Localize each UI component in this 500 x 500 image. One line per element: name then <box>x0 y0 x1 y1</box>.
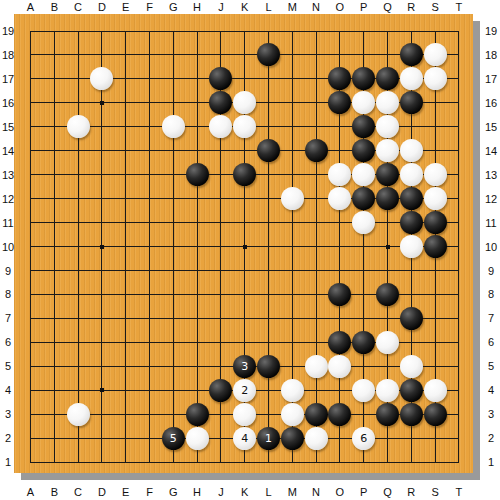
star-point-Q10 <box>386 245 390 249</box>
col-label-bottom-D: D <box>92 485 112 499</box>
col-label-bottom-K: K <box>235 485 255 499</box>
row-label-right-18: 18 <box>482 48 500 62</box>
stone-black-Q3[interactable] <box>376 403 399 426</box>
col-label-bottom-P: P <box>354 485 374 499</box>
col-label-top-D: D <box>92 0 112 14</box>
col-label-top-K: K <box>235 0 255 14</box>
star-point-D10 <box>100 245 104 249</box>
row-label-right-15: 15 <box>482 120 500 134</box>
stone-black-N14[interactable] <box>305 139 328 162</box>
stone-black-H13[interactable] <box>186 163 209 186</box>
stone-white-P13[interactable] <box>352 163 375 186</box>
col-label-top-J: J <box>211 0 231 14</box>
col-label-top-N: N <box>306 0 326 14</box>
row-label-right-9: 9 <box>482 264 500 278</box>
row-label-right-3: 3 <box>482 407 500 421</box>
col-label-top-T: T <box>449 0 469 14</box>
col-label-bottom-J: J <box>211 485 231 499</box>
col-label-bottom-N: N <box>306 485 326 499</box>
row-label-left-8: 8 <box>0 287 17 301</box>
move-number-label: 1 <box>265 433 272 444</box>
col-label-top-S: S <box>425 0 445 14</box>
stone-white-K3[interactable] <box>233 403 256 426</box>
row-label-left-9: 9 <box>0 264 17 278</box>
col-label-top-M: M <box>282 0 302 14</box>
col-label-top-C: C <box>68 0 88 14</box>
stone-black-K13[interactable] <box>233 163 256 186</box>
stone-white-K2[interactable]: 4 <box>233 427 256 450</box>
go-board-diagram: 325416 AABBCCDDEEFFGGHHJJKKLLMMNNOOPPQQR… <box>0 0 500 500</box>
stone-white-K16[interactable] <box>233 91 256 114</box>
stone-black-L5[interactable] <box>257 355 280 378</box>
row-label-right-1: 1 <box>482 455 500 469</box>
stone-black-O8[interactable] <box>328 283 351 306</box>
stone-white-S4[interactable] <box>424 379 447 402</box>
stone-black-J4[interactable] <box>209 379 232 402</box>
grid-vline <box>268 31 269 463</box>
col-label-bottom-C: C <box>68 485 88 499</box>
col-label-top-F: F <box>140 0 160 14</box>
grid-hline <box>30 318 459 319</box>
row-label-left-4: 4 <box>0 383 17 397</box>
star-point-D16 <box>100 101 104 105</box>
row-label-left-19: 19 <box>0 24 17 38</box>
row-label-right-19: 19 <box>482 24 500 38</box>
stone-white-G15[interactable] <box>162 115 185 138</box>
stone-white-J15[interactable] <box>209 115 232 138</box>
stone-white-P2[interactable]: 6 <box>352 427 375 450</box>
stone-white-D17[interactable] <box>90 67 113 90</box>
stone-white-S12[interactable] <box>424 187 447 210</box>
stone-white-P4[interactable] <box>352 379 375 402</box>
grid-vline <box>458 31 459 463</box>
grid-vline <box>316 31 317 463</box>
stone-white-Q15[interactable] <box>376 115 399 138</box>
row-label-left-17: 17 <box>0 72 17 86</box>
stone-black-P17[interactable] <box>352 67 375 90</box>
row-label-right-16: 16 <box>482 96 500 110</box>
col-label-bottom-H: H <box>187 485 207 499</box>
col-label-bottom-S: S <box>425 485 445 499</box>
stone-black-S10[interactable] <box>424 235 447 258</box>
row-label-right-17: 17 <box>482 72 500 86</box>
col-label-bottom-A: A <box>21 485 41 499</box>
stone-black-O6[interactable] <box>328 331 351 354</box>
col-label-bottom-E: E <box>116 485 136 499</box>
stone-black-N3[interactable] <box>305 403 328 426</box>
stone-white-C15[interactable] <box>67 115 90 138</box>
stone-white-M12[interactable] <box>281 187 304 210</box>
row-label-right-13: 13 <box>482 168 500 182</box>
stone-black-L2[interactable]: 1 <box>257 427 280 450</box>
stone-white-K15[interactable] <box>233 115 256 138</box>
row-label-right-8: 8 <box>482 287 500 301</box>
stone-black-J17[interactable] <box>209 67 232 90</box>
row-label-right-11: 11 <box>482 216 500 230</box>
row-label-right-7: 7 <box>482 311 500 325</box>
row-label-left-7: 7 <box>0 311 17 325</box>
stone-black-Q13[interactable] <box>376 163 399 186</box>
stone-white-N2[interactable] <box>305 427 328 450</box>
star-point-D4 <box>100 388 104 392</box>
col-label-top-Q: Q <box>378 0 398 14</box>
grid-hline <box>30 462 459 463</box>
stone-black-S11[interactable] <box>424 211 447 234</box>
col-label-top-A: A <box>21 0 41 14</box>
stone-black-J16[interactable] <box>209 91 232 114</box>
stone-black-L18[interactable] <box>257 43 280 66</box>
stone-black-O17[interactable] <box>328 67 351 90</box>
row-label-left-6: 6 <box>0 335 17 349</box>
stone-white-Q14[interactable] <box>376 139 399 162</box>
stone-white-O12[interactable] <box>328 187 351 210</box>
stone-black-S3[interactable] <box>424 403 447 426</box>
stone-white-S13[interactable] <box>424 163 447 186</box>
stone-black-M2[interactable] <box>281 427 304 450</box>
col-label-top-H: H <box>187 0 207 14</box>
row-label-left-2: 2 <box>0 431 17 445</box>
col-label-top-O: O <box>330 0 350 14</box>
move-number-label: 4 <box>241 433 248 444</box>
row-label-left-1: 1 <box>0 455 17 469</box>
row-label-left-11: 11 <box>0 216 17 230</box>
row-label-left-18: 18 <box>0 48 17 62</box>
stone-black-R12[interactable] <box>400 187 423 210</box>
stone-white-H2[interactable] <box>186 427 209 450</box>
stone-black-P6[interactable] <box>352 331 375 354</box>
col-label-bottom-B: B <box>44 485 64 499</box>
stone-black-R18[interactable] <box>400 43 423 66</box>
stone-white-O5[interactable] <box>328 355 351 378</box>
stone-white-R13[interactable] <box>400 163 423 186</box>
row-label-left-14: 14 <box>0 144 17 158</box>
stone-black-R3[interactable] <box>400 403 423 426</box>
col-label-bottom-R: R <box>401 485 421 499</box>
row-label-left-15: 15 <box>0 120 17 134</box>
stone-white-Q4[interactable] <box>376 379 399 402</box>
stone-black-P14[interactable] <box>352 139 375 162</box>
stone-black-O16[interactable] <box>328 91 351 114</box>
stone-black-G2[interactable]: 5 <box>162 427 185 450</box>
row-label-left-12: 12 <box>0 192 17 206</box>
move-number-label: 6 <box>360 433 367 444</box>
col-label-top-G: G <box>163 0 183 14</box>
row-label-right-2: 2 <box>482 431 500 445</box>
stone-white-P16[interactable] <box>352 91 375 114</box>
row-label-left-13: 13 <box>0 168 17 182</box>
col-label-top-R: R <box>401 0 421 14</box>
stone-black-H3[interactable] <box>186 403 209 426</box>
stone-black-R7[interactable] <box>400 307 423 330</box>
row-label-right-10: 10 <box>482 240 500 254</box>
stone-black-R4[interactable] <box>400 379 423 402</box>
stone-white-C3[interactable] <box>67 403 90 426</box>
stone-black-Q12[interactable] <box>376 187 399 210</box>
board-surface[interactable]: 325416 <box>14 14 473 473</box>
row-label-right-12: 12 <box>482 192 500 206</box>
move-number-label: 3 <box>241 361 248 372</box>
stone-black-P15[interactable] <box>352 115 375 138</box>
stone-black-O3[interactable] <box>328 403 351 426</box>
row-label-right-4: 4 <box>482 383 500 397</box>
stone-white-M4[interactable] <box>281 379 304 402</box>
stone-black-K5[interactable]: 3 <box>233 355 256 378</box>
stone-white-S18[interactable] <box>424 43 447 66</box>
move-number-label: 5 <box>170 433 177 444</box>
row-label-left-16: 16 <box>0 96 17 110</box>
col-label-bottom-M: M <box>282 485 302 499</box>
row-label-left-5: 5 <box>0 359 17 373</box>
stone-white-Q16[interactable] <box>376 91 399 114</box>
col-label-bottom-F: F <box>140 485 160 499</box>
stone-black-R16[interactable] <box>400 91 423 114</box>
stone-white-P11[interactable] <box>352 211 375 234</box>
row-label-right-5: 5 <box>482 359 500 373</box>
stone-black-R11[interactable] <box>400 211 423 234</box>
row-label-left-10: 10 <box>0 240 17 254</box>
star-point-K10 <box>243 245 247 249</box>
stone-white-O13[interactable] <box>328 163 351 186</box>
stone-black-P12[interactable] <box>352 187 375 210</box>
row-label-left-3: 3 <box>0 407 17 421</box>
col-label-bottom-G: G <box>163 485 183 499</box>
stone-white-M3[interactable] <box>281 403 304 426</box>
stone-white-R14[interactable] <box>400 139 423 162</box>
col-label-top-B: B <box>44 0 64 14</box>
col-label-top-P: P <box>354 0 374 14</box>
col-label-bottom-Q: Q <box>378 485 398 499</box>
stone-white-R10[interactable] <box>400 235 423 258</box>
stone-black-L14[interactable] <box>257 139 280 162</box>
row-label-right-6: 6 <box>482 335 500 349</box>
row-label-right-14: 14 <box>482 144 500 158</box>
col-label-bottom-T: T <box>449 485 469 499</box>
col-label-top-E: E <box>116 0 136 14</box>
stone-black-Q8[interactable] <box>376 283 399 306</box>
stone-white-R17[interactable] <box>400 67 423 90</box>
move-number-label: 2 <box>241 385 248 396</box>
grid-hline <box>30 270 459 271</box>
col-label-bottom-O: O <box>330 485 350 499</box>
col-label-bottom-L: L <box>259 485 279 499</box>
stone-black-Q17[interactable] <box>376 67 399 90</box>
stone-white-K4[interactable]: 2 <box>233 379 256 402</box>
stone-white-N5[interactable] <box>305 355 328 378</box>
stone-white-R5[interactable] <box>400 355 423 378</box>
stone-white-Q6[interactable] <box>376 331 399 354</box>
stone-white-S17[interactable] <box>424 67 447 90</box>
col-label-top-L: L <box>259 0 279 14</box>
